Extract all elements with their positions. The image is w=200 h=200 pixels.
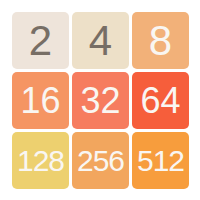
tile-8: 8 xyxy=(132,12,189,69)
tile-16: 16 xyxy=(12,72,69,129)
tile-512: 512 xyxy=(132,132,189,189)
tile-128: 128 xyxy=(12,132,69,189)
tile-2: 2 xyxy=(12,12,69,69)
tile-64: 64 xyxy=(132,72,189,129)
2048-board[interactable]: 2 4 8 16 32 64 128 256 512 xyxy=(12,12,189,189)
tile-256: 256 xyxy=(72,132,129,189)
tile-4: 4 xyxy=(72,12,129,69)
tile-32: 32 xyxy=(72,72,129,129)
